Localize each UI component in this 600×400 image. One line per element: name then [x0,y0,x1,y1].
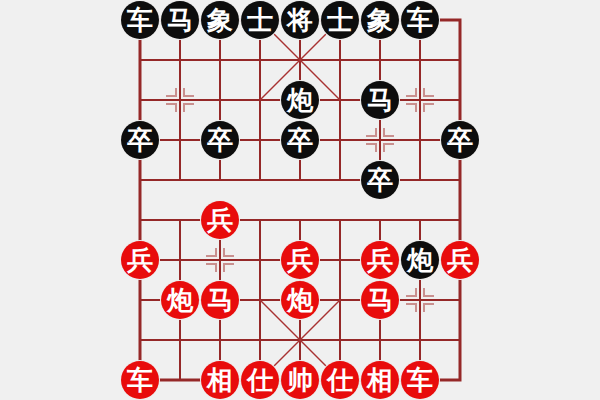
piece-red-soldier[interactable]: 兵 [201,201,239,239]
piece-black-advisor[interactable]: 士 [321,1,359,39]
piece-red-advisor[interactable]: 仕 [241,361,279,399]
piece-red-cannon[interactable]: 炮 [281,281,319,319]
piece-red-horse[interactable]: 马 [361,281,399,319]
piece-red-soldier[interactable]: 兵 [361,241,399,279]
piece-black-soldier[interactable]: 卒 [441,121,479,159]
piece-black-elephant[interactable]: 象 [361,1,399,39]
piece-black-horse[interactable]: 马 [361,81,399,119]
piece-black-chariot[interactable]: 车 [121,1,159,39]
piece-red-horse[interactable]: 马 [201,281,239,319]
piece-red-soldier[interactable]: 兵 [121,241,159,279]
piece-black-cannon[interactable]: 炮 [401,241,439,279]
piece-red-chariot[interactable]: 车 [121,361,159,399]
piece-red-soldier[interactable]: 兵 [441,241,479,279]
piece-black-soldier[interactable]: 卒 [121,121,159,159]
pieces-layer: 车马象士将士象车炮马卒卒卒卒卒兵兵兵兵炮兵炮马炮马车相仕帅仕相车 [120,0,480,400]
piece-red-cannon[interactable]: 炮 [161,281,199,319]
piece-black-chariot[interactable]: 车 [401,1,439,39]
piece-red-elephant[interactable]: 相 [361,361,399,399]
piece-black-advisor[interactable]: 士 [241,1,279,39]
piece-red-general[interactable]: 帅 [281,361,319,399]
piece-black-elephant[interactable]: 象 [201,1,239,39]
piece-black-soldier[interactable]: 卒 [201,121,239,159]
piece-black-cannon[interactable]: 炮 [281,81,319,119]
piece-red-chariot[interactable]: 车 [401,361,439,399]
xiangqi-app: 车马象士将士象车炮马卒卒卒卒卒兵兵兵兵炮兵炮马炮马车相仕帅仕相车 [0,0,600,400]
piece-black-soldier[interactable]: 卒 [281,121,319,159]
piece-black-soldier[interactable]: 卒 [361,161,399,199]
piece-red-elephant[interactable]: 相 [201,361,239,399]
piece-black-horse[interactable]: 马 [161,1,199,39]
piece-red-soldier[interactable]: 兵 [281,241,319,279]
piece-black-general[interactable]: 将 [281,1,319,39]
piece-red-advisor[interactable]: 仕 [321,361,359,399]
